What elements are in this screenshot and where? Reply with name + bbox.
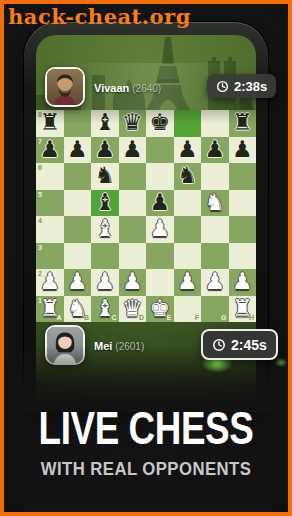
piece-white-pawn: ♟ (94, 268, 115, 294)
square-b2[interactable]: ♟ (64, 269, 92, 296)
square-h6[interactable] (229, 163, 257, 190)
square-f7[interactable]: ♟ (174, 137, 202, 164)
piece-black-knight: ♞ (177, 162, 198, 188)
square-c7[interactable]: ♟ (91, 137, 119, 164)
square-h5[interactable] (229, 190, 257, 217)
piece-black-rook: ♜ (39, 109, 60, 135)
square-e1[interactable]: E♚ (146, 296, 174, 323)
square-g6[interactable] (201, 163, 229, 190)
file-label-f: F (195, 314, 199, 321)
square-d6[interactable] (119, 163, 147, 190)
rank-label-6: 6 (38, 164, 42, 171)
piece-white-rook: ♜ (232, 295, 253, 321)
square-b3[interactable] (64, 243, 92, 270)
piece-black-pawn: ♟ (204, 136, 225, 162)
square-f1[interactable]: F (174, 296, 202, 323)
square-e6[interactable] (146, 163, 174, 190)
player-name-bottom: Mei (94, 340, 112, 352)
square-d2[interactable]: ♟ (119, 269, 147, 296)
piece-white-pawn: ♟ (67, 268, 88, 294)
square-c4[interactable]: ♝ (91, 216, 119, 243)
piece-white-rook: ♜ (39, 295, 60, 321)
piece-black-pawn: ♟ (177, 136, 198, 162)
square-b1[interactable]: B♞ (64, 296, 92, 323)
piece-black-pawn: ♟ (94, 136, 115, 162)
square-h2[interactable]: ♟ (229, 269, 257, 296)
piece-black-pawn: ♟ (39, 136, 60, 162)
square-a7[interactable]: 7♟ (36, 137, 64, 164)
square-b5[interactable] (64, 190, 92, 217)
timer-badge-bottom: 2:45s (201, 329, 278, 360)
avatar-vivaan-portrait (47, 69, 83, 105)
piece-white-queen: ♛ (122, 295, 143, 321)
player-avatar-top[interactable] (45, 67, 85, 107)
piece-white-king: ♚ (149, 295, 170, 321)
player-rating-top: (2640) (132, 83, 161, 94)
square-c6[interactable]: ♞ (91, 163, 119, 190)
piece-white-pawn: ♟ (122, 268, 143, 294)
piece-white-pawn: ♟ (204, 268, 225, 294)
square-c1[interactable]: C♝ (91, 296, 119, 323)
square-b4[interactable] (64, 216, 92, 243)
player-info-bottom: Mei(2601) (94, 336, 144, 354)
square-f8[interactable] (174, 110, 202, 137)
square-a5[interactable]: 5 (36, 190, 64, 217)
player-rating-bottom: (2601) (115, 341, 144, 352)
square-a2[interactable]: 2♟ (36, 269, 64, 296)
square-d5[interactable] (119, 190, 147, 217)
headline-block: LIVE CHESS WITH REAL OPPONENTS (4, 405, 288, 480)
square-f4[interactable] (174, 216, 202, 243)
square-e5[interactable]: ♟ (146, 190, 174, 217)
square-d8[interactable]: ♛ (119, 110, 147, 137)
square-e7[interactable] (146, 137, 174, 164)
timer-value-top: 2:38s (234, 79, 267, 94)
square-h3[interactable] (229, 243, 257, 270)
piece-black-rook: ♜ (232, 109, 253, 135)
timer-value-bottom: 2:45s (231, 337, 267, 353)
square-f5[interactable] (174, 190, 202, 217)
square-d7[interactable]: ♟ (119, 137, 147, 164)
square-g3[interactable] (201, 243, 229, 270)
square-g8[interactable] (201, 110, 229, 137)
square-g2[interactable]: ♟ (201, 269, 229, 296)
square-c3[interactable] (91, 243, 119, 270)
square-d3[interactable] (119, 243, 147, 270)
square-a3[interactable]: 3 (36, 243, 64, 270)
piece-white-bishop: ♝ (94, 295, 115, 321)
square-e8[interactable]: ♚ (146, 110, 174, 137)
player-info-top: Vivaan(2640) (94, 78, 161, 96)
headline-title: LIVE CHESS (32, 405, 259, 451)
square-a1[interactable]: 1A♜ (36, 296, 64, 323)
square-h4[interactable] (229, 216, 257, 243)
avatar-mei-portrait (47, 327, 83, 363)
piece-black-pawn: ♟ (149, 189, 170, 215)
square-a4[interactable]: 4 (36, 216, 64, 243)
promo-poster: hack-cheat.org (0, 0, 292, 516)
square-e2[interactable] (146, 269, 174, 296)
square-b6[interactable] (64, 163, 92, 190)
player-name-top: Vivaan (94, 82, 129, 94)
square-a8[interactable]: 8♜ (36, 110, 64, 137)
square-b7[interactable]: ♟ (64, 137, 92, 164)
piece-white-pawn: ♟ (39, 268, 60, 294)
rank-label-3: 3 (38, 244, 42, 251)
piece-white-bishop: ♝ (94, 215, 115, 241)
square-f3[interactable] (174, 243, 202, 270)
square-g4[interactable] (201, 216, 229, 243)
piece-white-pawn: ♟ (149, 215, 170, 241)
rank-label-5: 5 (38, 191, 42, 198)
piece-black-pawn: ♟ (67, 136, 88, 162)
square-e4[interactable]: ♟ (146, 216, 174, 243)
rank-label-4: 4 (38, 217, 42, 224)
square-a6[interactable]: 6 (36, 163, 64, 190)
square-g7[interactable]: ♟ (201, 137, 229, 164)
square-h7[interactable]: ♟ (229, 137, 257, 164)
file-label-g: G (221, 314, 226, 321)
watermark: hack-cheat.org (8, 4, 191, 29)
piece-black-pawn: ♟ (232, 136, 253, 162)
piece-black-queen: ♛ (122, 109, 143, 135)
piece-white-pawn: ♟ (177, 268, 198, 294)
square-c8[interactable]: ♝ (91, 110, 119, 137)
chess-board: 8♜♝♛♚♜7♟♟♟♟♟♟♟6♞♞5♝♟♞4♝♟32♟♟♟♟♟♟♟1A♜B♞C♝… (36, 110, 256, 322)
piece-black-bishop: ♝ (94, 109, 115, 135)
square-c2[interactable]: ♟ (91, 269, 119, 296)
timer-badge-top: 2:38s (207, 74, 276, 98)
square-b8[interactable] (64, 110, 92, 137)
piece-white-knight: ♞ (204, 189, 225, 215)
square-h1[interactable]: H♜ (229, 296, 257, 323)
square-g1[interactable]: G (201, 296, 229, 323)
square-f2[interactable]: ♟ (174, 269, 202, 296)
clock-icon (216, 80, 229, 93)
square-e3[interactable] (146, 243, 174, 270)
piece-white-knight: ♞ (67, 295, 88, 321)
player-avatar-bottom[interactable] (45, 325, 85, 365)
headline-subtitle: WITH REAL OPPONENTS (21, 458, 271, 480)
square-f6[interactable]: ♞ (174, 163, 202, 190)
piece-black-king: ♚ (149, 109, 170, 135)
square-c5[interactable]: ♝ (91, 190, 119, 217)
piece-black-knight: ♞ (94, 162, 115, 188)
piece-black-pawn: ♟ (122, 136, 143, 162)
square-g5[interactable]: ♞ (201, 190, 229, 217)
square-d4[interactable] (119, 216, 147, 243)
square-d1[interactable]: D♛ (119, 296, 147, 323)
clock-icon (212, 338, 226, 352)
square-h8[interactable]: ♜ (229, 110, 257, 137)
piece-black-bishop: ♝ (94, 189, 115, 215)
piece-white-pawn: ♟ (232, 268, 253, 294)
